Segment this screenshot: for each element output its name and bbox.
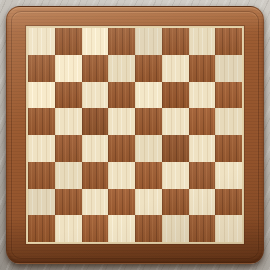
square-f7[interactable] <box>162 55 189 82</box>
square-e2[interactable] <box>135 189 162 216</box>
board-grid <box>28 28 242 242</box>
square-h8[interactable] <box>215 28 242 55</box>
square-h2[interactable] <box>215 189 242 216</box>
square-c8[interactable] <box>82 28 109 55</box>
square-b7[interactable] <box>55 55 82 82</box>
square-e7[interactable] <box>135 55 162 82</box>
square-d7[interactable] <box>108 55 135 82</box>
square-g8[interactable] <box>189 28 216 55</box>
square-c4[interactable] <box>82 135 109 162</box>
square-e8[interactable] <box>135 28 162 55</box>
square-a8[interactable] <box>28 28 55 55</box>
square-g2[interactable] <box>189 189 216 216</box>
square-h5[interactable] <box>215 108 242 135</box>
table-surface <box>0 0 270 270</box>
square-h7[interactable] <box>215 55 242 82</box>
square-e4[interactable] <box>135 135 162 162</box>
square-d2[interactable] <box>108 189 135 216</box>
square-e3[interactable] <box>135 162 162 189</box>
square-b1[interactable] <box>55 215 82 242</box>
square-c1[interactable] <box>82 215 109 242</box>
square-b6[interactable] <box>55 82 82 109</box>
square-e1[interactable] <box>135 215 162 242</box>
square-a7[interactable] <box>28 55 55 82</box>
square-a1[interactable] <box>28 215 55 242</box>
square-d1[interactable] <box>108 215 135 242</box>
chess-board <box>6 6 264 264</box>
square-f5[interactable] <box>162 108 189 135</box>
square-f2[interactable] <box>162 189 189 216</box>
square-f6[interactable] <box>162 82 189 109</box>
square-h3[interactable] <box>215 162 242 189</box>
square-g6[interactable] <box>189 82 216 109</box>
square-h4[interactable] <box>215 135 242 162</box>
square-d3[interactable] <box>108 162 135 189</box>
square-f4[interactable] <box>162 135 189 162</box>
square-g7[interactable] <box>189 55 216 82</box>
square-f8[interactable] <box>162 28 189 55</box>
square-b5[interactable] <box>55 108 82 135</box>
square-b4[interactable] <box>55 135 82 162</box>
square-f1[interactable] <box>162 215 189 242</box>
square-a5[interactable] <box>28 108 55 135</box>
square-g3[interactable] <box>189 162 216 189</box>
square-c7[interactable] <box>82 55 109 82</box>
square-c2[interactable] <box>82 189 109 216</box>
square-c3[interactable] <box>82 162 109 189</box>
square-f3[interactable] <box>162 162 189 189</box>
square-a6[interactable] <box>28 82 55 109</box>
square-g1[interactable] <box>189 215 216 242</box>
square-d5[interactable] <box>108 108 135 135</box>
square-e6[interactable] <box>135 82 162 109</box>
square-h6[interactable] <box>215 82 242 109</box>
square-a4[interactable] <box>28 135 55 162</box>
square-d4[interactable] <box>108 135 135 162</box>
square-g4[interactable] <box>189 135 216 162</box>
square-b2[interactable] <box>55 189 82 216</box>
square-c6[interactable] <box>82 82 109 109</box>
square-g5[interactable] <box>189 108 216 135</box>
square-b8[interactable] <box>55 28 82 55</box>
square-b3[interactable] <box>55 162 82 189</box>
square-d6[interactable] <box>108 82 135 109</box>
square-a3[interactable] <box>28 162 55 189</box>
square-h1[interactable] <box>215 215 242 242</box>
square-e5[interactable] <box>135 108 162 135</box>
square-d8[interactable] <box>108 28 135 55</box>
square-c5[interactable] <box>82 108 109 135</box>
square-a2[interactable] <box>28 189 55 216</box>
